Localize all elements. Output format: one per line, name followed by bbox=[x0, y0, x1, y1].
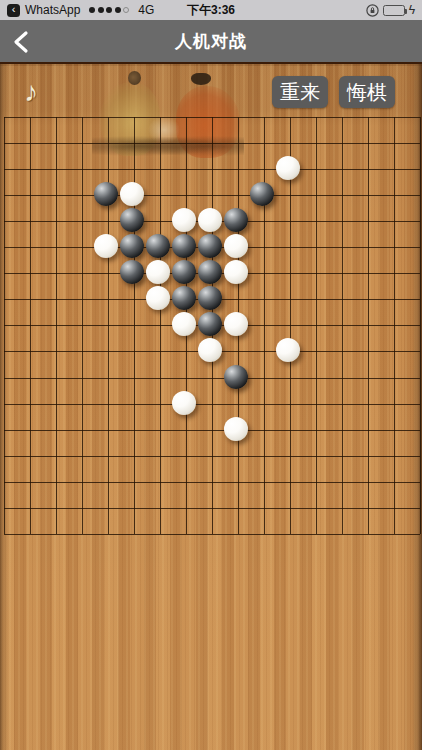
board-grid-line bbox=[342, 117, 343, 534]
black-stone bbox=[250, 182, 274, 206]
signal-strength-icon bbox=[89, 7, 129, 13]
white-stone bbox=[198, 338, 222, 362]
status-clock: 下午3:36 bbox=[187, 0, 235, 20]
undo-button[interactable]: 悔棋 bbox=[339, 76, 395, 108]
battery-icon bbox=[383, 5, 405, 16]
status-bar: ‹ WhatsApp 4G 下午3:36 ϟ bbox=[0, 0, 422, 20]
black-stone bbox=[198, 260, 222, 284]
board-grid-line bbox=[4, 482, 421, 483]
black-stone bbox=[172, 234, 196, 258]
orientation-lock-icon bbox=[366, 4, 379, 17]
white-stone bbox=[224, 312, 248, 336]
black-stone bbox=[120, 234, 144, 258]
board-grid-line bbox=[420, 117, 421, 534]
painting-right-hat bbox=[191, 73, 211, 85]
back-chevron-icon[interactable] bbox=[12, 30, 30, 54]
board-toolbar: 重来 悔棋 bbox=[272, 76, 395, 108]
board-grid-line bbox=[368, 117, 369, 534]
board-grid-line bbox=[4, 404, 421, 405]
black-stone bbox=[224, 365, 248, 389]
board-grid-line bbox=[4, 534, 421, 535]
white-stone bbox=[172, 312, 196, 336]
page-title: 人机对战 bbox=[175, 30, 247, 53]
network-type-label: 4G bbox=[138, 3, 154, 17]
white-stone bbox=[172, 391, 196, 415]
whatsapp-back-label[interactable]: WhatsApp bbox=[25, 3, 80, 17]
charging-bolt-icon: ϟ bbox=[409, 4, 415, 16]
white-stone bbox=[120, 182, 144, 206]
board-grid-line bbox=[264, 117, 265, 534]
white-stone bbox=[198, 208, 222, 232]
white-stone bbox=[146, 260, 170, 284]
white-stone bbox=[276, 156, 300, 180]
black-stone bbox=[172, 286, 196, 310]
black-stone bbox=[198, 234, 222, 258]
white-stone bbox=[172, 208, 196, 232]
board-grid-line bbox=[4, 378, 421, 379]
board-grid-line bbox=[394, 117, 395, 534]
music-toggle-button[interactable]: ♪ bbox=[24, 76, 38, 108]
go-board-grid[interactable] bbox=[4, 117, 421, 534]
white-stone bbox=[146, 286, 170, 310]
board-grid-line bbox=[4, 456, 421, 457]
black-stone bbox=[120, 260, 144, 284]
black-stone bbox=[94, 182, 118, 206]
white-stone bbox=[276, 338, 300, 362]
nav-bar: 人机对战 bbox=[0, 20, 422, 64]
white-stone bbox=[224, 260, 248, 284]
whatsapp-back-icon[interactable]: ‹ bbox=[7, 4, 20, 17]
status-left-group: ‹ WhatsApp 4G bbox=[7, 3, 154, 17]
black-stone bbox=[224, 208, 248, 232]
white-stone bbox=[224, 234, 248, 258]
black-stone bbox=[120, 208, 144, 232]
status-right-group: ϟ bbox=[366, 4, 415, 17]
white-stone bbox=[94, 234, 118, 258]
white-stone bbox=[224, 417, 248, 441]
board-grid-line bbox=[4, 508, 421, 509]
black-stone bbox=[146, 234, 170, 258]
board-grid-line bbox=[316, 117, 317, 534]
black-stone bbox=[198, 286, 222, 310]
restart-button[interactable]: 重来 bbox=[272, 76, 328, 108]
black-stone bbox=[198, 312, 222, 336]
painting-left-head bbox=[128, 71, 141, 85]
board-grid-line bbox=[4, 430, 421, 431]
app-screen: ‹ WhatsApp 4G 下午3:36 ϟ 人机对战 bbox=[0, 0, 422, 750]
black-stone bbox=[172, 260, 196, 284]
